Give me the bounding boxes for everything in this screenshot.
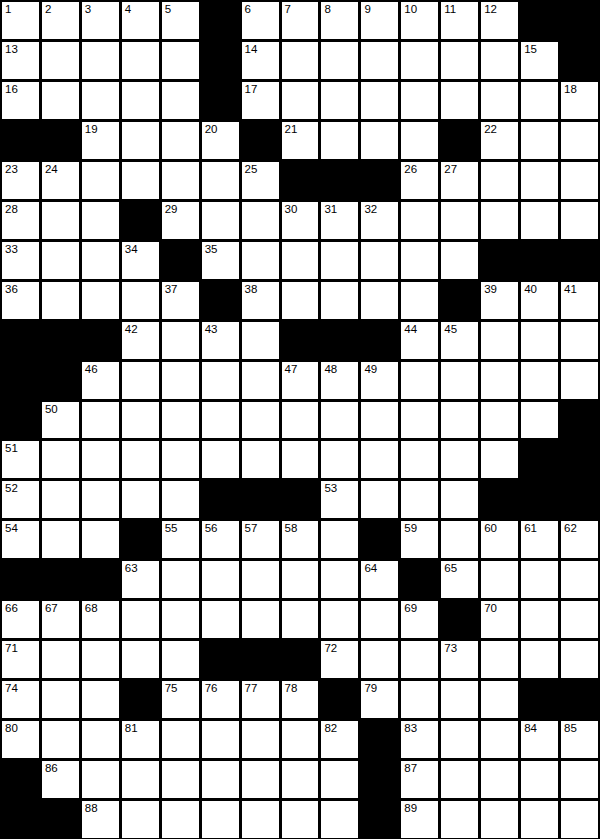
cell-r21c11[interactable]: 89 [401, 801, 438, 838]
clue-number: 21 [285, 123, 298, 136]
cell-r21c13[interactable] [481, 801, 518, 838]
cell-r1c9[interactable]: 8 [321, 2, 358, 39]
cell-r3c2[interactable] [42, 82, 79, 119]
clue-number: 79 [364, 682, 377, 695]
cell-r14c1[interactable]: 54 [2, 521, 39, 558]
cell-r7c11[interactable] [401, 242, 438, 279]
cell-r4c14[interactable] [521, 122, 558, 159]
cell-r19c12[interactable] [441, 721, 478, 758]
clue-number: 75 [165, 682, 178, 695]
cell-r11c13[interactable] [481, 402, 518, 439]
cell-r5c1[interactable]: 23 [2, 162, 39, 199]
cell-r21c5[interactable] [162, 801, 199, 838]
cell-r4c6[interactable]: 20 [202, 122, 239, 159]
cell-r6c8[interactable]: 30 [282, 202, 319, 239]
cell-r8c14[interactable]: 40 [521, 282, 558, 319]
cell-r10c8[interactable]: 47 [282, 362, 319, 399]
cell-r7c4[interactable]: 34 [122, 242, 159, 279]
cell-r9c14[interactable] [521, 322, 558, 359]
cell-r11c8[interactable] [282, 402, 319, 439]
clue-number: 32 [364, 203, 377, 216]
cell-r12c2[interactable] [42, 441, 79, 478]
cell-r3c7[interactable]: 17 [242, 82, 279, 119]
cell-r6c13[interactable] [481, 202, 518, 239]
cell-r8c10[interactable] [361, 282, 398, 319]
cell-r17c11[interactable] [401, 641, 438, 678]
cell-r6c6[interactable] [202, 202, 239, 239]
cell-r14c3[interactable] [82, 521, 119, 558]
cell-r14c9[interactable] [321, 521, 358, 558]
cell-r1c10[interactable]: 9 [361, 2, 398, 39]
cell-r14c5[interactable]: 55 [162, 521, 199, 558]
cell-r14c13[interactable]: 60 [481, 521, 518, 558]
cell-r3c10[interactable] [361, 82, 398, 119]
cell-r2c8[interactable] [282, 42, 319, 79]
cell-r20c4[interactable] [122, 761, 159, 798]
cell-r21c7[interactable] [242, 801, 279, 838]
black-cell-r11c1 [2, 402, 39, 439]
cell-r15c6[interactable] [202, 561, 239, 598]
cell-r3c3[interactable] [82, 82, 119, 119]
cell-r11c3[interactable] [82, 402, 119, 439]
cell-r12c9[interactable] [321, 441, 358, 478]
black-cell-r17c6 [202, 641, 239, 678]
cell-r15c8[interactable] [282, 561, 319, 598]
cell-r20c11[interactable]: 87 [401, 761, 438, 798]
cell-r11c4[interactable] [122, 402, 159, 439]
cell-r11c6[interactable] [202, 402, 239, 439]
clue-number: 74 [5, 682, 18, 695]
cell-r5c14[interactable] [521, 162, 558, 199]
clue-number: 46 [85, 363, 98, 376]
cell-r12c6[interactable] [202, 441, 239, 478]
cell-r8c11[interactable] [401, 282, 438, 319]
cell-r16c2[interactable]: 67 [42, 601, 79, 638]
cell-r19c3[interactable] [82, 721, 119, 758]
cell-r14c11[interactable]: 59 [401, 521, 438, 558]
cell-r20c9[interactable] [321, 761, 358, 798]
cell-r17c5[interactable] [162, 641, 199, 678]
cell-r7c3[interactable] [82, 242, 119, 279]
cell-r12c11[interactable] [401, 441, 438, 478]
cell-r19c15[interactable]: 85 [561, 721, 598, 758]
cell-r7c7[interactable] [242, 242, 279, 279]
cell-r7c1[interactable]: 33 [2, 242, 39, 279]
cell-r13c4[interactable] [122, 481, 159, 518]
cell-r2c10[interactable] [361, 42, 398, 79]
cell-r16c13[interactable]: 70 [481, 601, 518, 638]
cell-r19c2[interactable] [42, 721, 79, 758]
cell-r5c6[interactable] [202, 162, 239, 199]
cell-r18c3[interactable] [82, 681, 119, 718]
clue-number: 45 [444, 323, 457, 336]
cell-r18c12[interactable] [441, 681, 478, 718]
cell-r10c7[interactable] [242, 362, 279, 399]
cell-r19c4[interactable]: 81 [122, 721, 159, 758]
cell-r5c3[interactable] [82, 162, 119, 199]
cell-r21c3[interactable]: 88 [82, 801, 119, 838]
cell-r6c10[interactable]: 32 [361, 202, 398, 239]
clue-number: 63 [125, 562, 138, 575]
cell-r19c11[interactable]: 83 [401, 721, 438, 758]
cell-r14c12[interactable] [441, 521, 478, 558]
cell-r3c15[interactable]: 18 [561, 82, 598, 119]
cell-r2c5[interactable] [162, 42, 199, 79]
cell-r4c9[interactable] [321, 122, 358, 159]
cell-r19c14[interactable]: 84 [521, 721, 558, 758]
cell-r16c1[interactable]: 66 [2, 601, 39, 638]
cell-r5c13[interactable] [481, 162, 518, 199]
cell-r21c9[interactable] [321, 801, 358, 838]
cell-r2c12[interactable] [441, 42, 478, 79]
cell-r10c5[interactable] [162, 362, 199, 399]
cell-r20c6[interactable] [202, 761, 239, 798]
cell-r11c10[interactable] [361, 402, 398, 439]
cell-r5c2[interactable]: 24 [42, 162, 79, 199]
clue-number: 39 [484, 283, 497, 296]
cell-r15c13[interactable] [481, 561, 518, 598]
cell-r7c2[interactable] [42, 242, 79, 279]
cell-r17c9[interactable]: 72 [321, 641, 358, 678]
cell-r3c12[interactable] [441, 82, 478, 119]
cell-r16c15[interactable] [561, 601, 598, 638]
black-cell-r18c15 [561, 681, 598, 718]
cell-r8c15[interactable]: 41 [561, 282, 598, 319]
cell-r14c7[interactable]: 57 [242, 521, 279, 558]
cell-r18c10[interactable]: 79 [361, 681, 398, 718]
cell-r1c13[interactable]: 12 [481, 2, 518, 39]
cell-r21c15[interactable] [561, 801, 598, 838]
cell-r8c1[interactable]: 36 [2, 282, 39, 319]
cell-r21c14[interactable] [521, 801, 558, 838]
cell-r16c10[interactable] [361, 601, 398, 638]
cell-r16c7[interactable] [242, 601, 279, 638]
cell-r20c15[interactable] [561, 761, 598, 798]
cell-r15c4[interactable]: 63 [122, 561, 159, 598]
cell-r2c9[interactable] [321, 42, 358, 79]
cell-r7c6[interactable]: 35 [202, 242, 239, 279]
cell-r18c7[interactable]: 77 [242, 681, 279, 718]
black-cell-r5c9 [321, 162, 358, 199]
cell-r10c12[interactable] [441, 362, 478, 399]
cell-r9c13[interactable] [481, 322, 518, 359]
cell-r1c5[interactable]: 5 [162, 2, 199, 39]
cell-r2c4[interactable] [122, 42, 159, 79]
cell-r11c12[interactable] [441, 402, 478, 439]
cell-r10c14[interactable] [521, 362, 558, 399]
cell-r15c12[interactable]: 65 [441, 561, 478, 598]
cell-r9c12[interactable]: 45 [441, 322, 478, 359]
cell-r15c7[interactable] [242, 561, 279, 598]
cell-r11c7[interactable] [242, 402, 279, 439]
cell-r12c1[interactable]: 51 [2, 441, 39, 478]
black-cell-r10c2 [42, 362, 79, 399]
cell-r1c1[interactable]: 1 [2, 2, 39, 39]
cell-r12c13[interactable] [481, 441, 518, 478]
black-cell-r21c1 [2, 801, 39, 838]
cell-r3c9[interactable] [321, 82, 358, 119]
cell-r9c11[interactable]: 44 [401, 322, 438, 359]
cell-r13c2[interactable] [42, 481, 79, 518]
clue-number: 57 [245, 522, 258, 535]
cell-r13c11[interactable] [401, 481, 438, 518]
cell-r5c11[interactable]: 26 [401, 162, 438, 199]
cell-r15c10[interactable]: 64 [361, 561, 398, 598]
cell-r12c7[interactable] [242, 441, 279, 478]
cell-r13c1[interactable]: 52 [2, 481, 39, 518]
clue-number: 64 [364, 562, 377, 575]
cell-r20c3[interactable] [82, 761, 119, 798]
cell-r15c9[interactable] [321, 561, 358, 598]
cell-r21c6[interactable] [202, 801, 239, 838]
cell-r17c3[interactable] [82, 641, 119, 678]
cell-r14c6[interactable]: 56 [202, 521, 239, 558]
cell-r16c9[interactable] [321, 601, 358, 638]
cell-r16c5[interactable] [162, 601, 199, 638]
cell-r18c6[interactable]: 76 [202, 681, 239, 718]
cell-r10c15[interactable] [561, 362, 598, 399]
cell-r1c7[interactable]: 6 [242, 2, 279, 39]
black-cell-r13c13 [481, 481, 518, 518]
clue-number: 37 [165, 283, 178, 296]
black-cell-r20c1 [2, 761, 39, 798]
clue-number: 84 [524, 722, 537, 735]
cell-r18c2[interactable] [42, 681, 79, 718]
cell-r15c5[interactable] [162, 561, 199, 598]
clue-number: 86 [45, 762, 58, 775]
cell-r6c15[interactable] [561, 202, 598, 239]
black-cell-r18c9 [321, 681, 358, 718]
black-cell-r5c8 [282, 162, 319, 199]
cell-r9c4[interactable]: 42 [122, 322, 159, 359]
cell-r8c5[interactable]: 37 [162, 282, 199, 319]
cell-r14c14[interactable]: 61 [521, 521, 558, 558]
cell-r10c9[interactable]: 48 [321, 362, 358, 399]
cell-r9c7[interactable] [242, 322, 279, 359]
cell-r1c11[interactable]: 10 [401, 2, 438, 39]
cell-r1c2[interactable]: 2 [42, 2, 79, 39]
cell-r12c4[interactable] [122, 441, 159, 478]
black-cell-r13c7 [242, 481, 279, 518]
cell-r10c3[interactable]: 46 [82, 362, 119, 399]
cell-r6c2[interactable] [42, 202, 79, 239]
cell-r2c7[interactable]: 14 [242, 42, 279, 79]
cell-r3c13[interactable] [481, 82, 518, 119]
cell-r17c2[interactable] [42, 641, 79, 678]
cell-r18c8[interactable]: 78 [282, 681, 319, 718]
cell-r8c4[interactable] [122, 282, 159, 319]
cell-r2c13[interactable] [481, 42, 518, 79]
cell-r17c10[interactable] [361, 641, 398, 678]
cell-r4c10[interactable] [361, 122, 398, 159]
cell-r2c2[interactable] [42, 42, 79, 79]
cell-r11c2[interactable]: 50 [42, 402, 79, 439]
cell-r3c4[interactable] [122, 82, 159, 119]
cell-r19c1[interactable]: 80 [2, 721, 39, 758]
cell-r16c4[interactable] [122, 601, 159, 638]
cell-r5c5[interactable] [162, 162, 199, 199]
cell-r21c12[interactable] [441, 801, 478, 838]
black-cell-r15c2 [42, 561, 79, 598]
cell-r7c8[interactable] [282, 242, 319, 279]
cell-r4c5[interactable] [162, 122, 199, 159]
cell-r5c15[interactable] [561, 162, 598, 199]
cell-r13c5[interactable] [162, 481, 199, 518]
cell-r7c12[interactable] [441, 242, 478, 279]
cell-r3c5[interactable] [162, 82, 199, 119]
black-cell-r8c12 [441, 282, 478, 319]
cell-r18c11[interactable] [401, 681, 438, 718]
cell-r16c14[interactable] [521, 601, 558, 638]
cell-r18c1[interactable]: 74 [2, 681, 39, 718]
cell-r16c3[interactable]: 68 [82, 601, 119, 638]
cell-r9c15[interactable] [561, 322, 598, 359]
cell-r20c5[interactable] [162, 761, 199, 798]
cell-r17c15[interactable] [561, 641, 598, 678]
cell-r21c8[interactable] [282, 801, 319, 838]
clue-number: 49 [364, 363, 377, 376]
cell-r2c3[interactable] [82, 42, 119, 79]
cell-r12c5[interactable] [162, 441, 199, 478]
cell-r15c15[interactable] [561, 561, 598, 598]
cell-r2c11[interactable] [401, 42, 438, 79]
cell-r17c1[interactable]: 71 [2, 641, 39, 678]
cell-r2c14[interactable]: 15 [521, 42, 558, 79]
cell-r8c9[interactable] [321, 282, 358, 319]
cell-r19c8[interactable] [282, 721, 319, 758]
cell-r4c11[interactable] [401, 122, 438, 159]
cell-r20c14[interactable] [521, 761, 558, 798]
cell-r14c2[interactable] [42, 521, 79, 558]
cell-r12c12[interactable] [441, 441, 478, 478]
cell-r17c4[interactable] [122, 641, 159, 678]
cell-r19c5[interactable] [162, 721, 199, 758]
black-cell-r18c14 [521, 681, 558, 718]
cell-r17c12[interactable]: 73 [441, 641, 478, 678]
cell-r20c8[interactable] [282, 761, 319, 798]
cell-r10c10[interactable]: 49 [361, 362, 398, 399]
cell-r4c13[interactable]: 22 [481, 122, 518, 159]
cell-r1c4[interactable]: 4 [122, 2, 159, 39]
cell-r8c2[interactable] [42, 282, 79, 319]
cell-r15c14[interactable] [521, 561, 558, 598]
cell-r19c6[interactable] [202, 721, 239, 758]
cell-r20c13[interactable] [481, 761, 518, 798]
cell-r19c7[interactable] [242, 721, 279, 758]
cell-r12c3[interactable] [82, 441, 119, 478]
cell-r1c12[interactable]: 11 [441, 2, 478, 39]
cell-r3c14[interactable] [521, 82, 558, 119]
cell-r7c9[interactable] [321, 242, 358, 279]
cell-r10c11[interactable] [401, 362, 438, 399]
clue-number: 59 [404, 522, 417, 535]
crossword-board: 1234567891011121314151617181920212223242… [0, 0, 600, 839]
black-cell-r17c7 [242, 641, 279, 678]
cell-r13c9[interactable]: 53 [321, 481, 358, 518]
clue-number: 65 [444, 562, 457, 575]
cell-r19c9[interactable]: 82 [321, 721, 358, 758]
cell-r5c12[interactable]: 27 [441, 162, 478, 199]
cell-r2c1[interactable]: 13 [2, 42, 39, 79]
cell-r18c13[interactable] [481, 681, 518, 718]
clue-number: 89 [404, 802, 417, 815]
cell-r11c9[interactable] [321, 402, 358, 439]
cell-r6c1[interactable]: 28 [2, 202, 39, 239]
cell-r11c14[interactable] [521, 402, 558, 439]
cell-r7c10[interactable] [361, 242, 398, 279]
cell-r3c1[interactable]: 16 [2, 82, 39, 119]
clue-number: 33 [5, 243, 18, 256]
cell-r10c6[interactable] [202, 362, 239, 399]
cell-r17c13[interactable] [481, 641, 518, 678]
cell-r4c3[interactable]: 19 [82, 122, 119, 159]
cell-r13c3[interactable] [82, 481, 119, 518]
cell-r6c3[interactable] [82, 202, 119, 239]
cell-r20c12[interactable] [441, 761, 478, 798]
cell-r1c8[interactable]: 7 [282, 2, 319, 39]
cell-r6c14[interactable] [521, 202, 558, 239]
cell-r5c4[interactable] [122, 162, 159, 199]
cell-r20c7[interactable] [242, 761, 279, 798]
cell-r8c8[interactable] [282, 282, 319, 319]
cell-r6c12[interactable] [441, 202, 478, 239]
cell-r6c9[interactable]: 31 [321, 202, 358, 239]
cell-r18c5[interactable]: 75 [162, 681, 199, 718]
cell-r16c6[interactable] [202, 601, 239, 638]
cell-r16c11[interactable]: 69 [401, 601, 438, 638]
cell-r6c11[interactable] [401, 202, 438, 239]
cell-r14c8[interactable]: 58 [282, 521, 319, 558]
clue-number: 15 [524, 43, 537, 56]
cell-r9c6[interactable]: 43 [202, 322, 239, 359]
cell-r11c5[interactable] [162, 402, 199, 439]
cell-r11c11[interactable] [401, 402, 438, 439]
cell-r21c4[interactable] [122, 801, 159, 838]
cell-r4c4[interactable] [122, 122, 159, 159]
cell-r16c8[interactable] [282, 601, 319, 638]
cell-r13c10[interactable] [361, 481, 398, 518]
clue-number: 1 [5, 3, 11, 16]
black-cell-r21c10 [361, 801, 398, 838]
cell-r3c11[interactable] [401, 82, 438, 119]
cell-r5c7[interactable]: 25 [242, 162, 279, 199]
cell-r17c14[interactable] [521, 641, 558, 678]
cell-r1c3[interactable]: 3 [82, 2, 119, 39]
cell-r4c15[interactable] [561, 122, 598, 159]
cell-r3c8[interactable] [282, 82, 319, 119]
cell-r13c12[interactable] [441, 481, 478, 518]
black-cell-r10c1 [2, 362, 39, 399]
cell-r8c7[interactable]: 38 [242, 282, 279, 319]
cell-r12c8[interactable] [282, 441, 319, 478]
cell-r9c5[interactable] [162, 322, 199, 359]
cell-r8c3[interactable] [82, 282, 119, 319]
black-cell-r15c1 [2, 561, 39, 598]
cell-r6c7[interactable] [242, 202, 279, 239]
cell-r14c15[interactable]: 62 [561, 521, 598, 558]
cell-r6c5[interactable]: 29 [162, 202, 199, 239]
clue-number: 88 [85, 802, 98, 815]
clue-number: 5 [165, 3, 171, 16]
cell-r20c2[interactable]: 86 [42, 761, 79, 798]
cell-r12c10[interactable] [361, 441, 398, 478]
cell-r8c13[interactable]: 39 [481, 282, 518, 319]
cell-r10c13[interactable] [481, 362, 518, 399]
clue-number: 3 [85, 3, 91, 16]
cell-r10c4[interactable] [122, 362, 159, 399]
cell-r4c8[interactable]: 21 [282, 122, 319, 159]
cell-r19c13[interactable] [481, 721, 518, 758]
